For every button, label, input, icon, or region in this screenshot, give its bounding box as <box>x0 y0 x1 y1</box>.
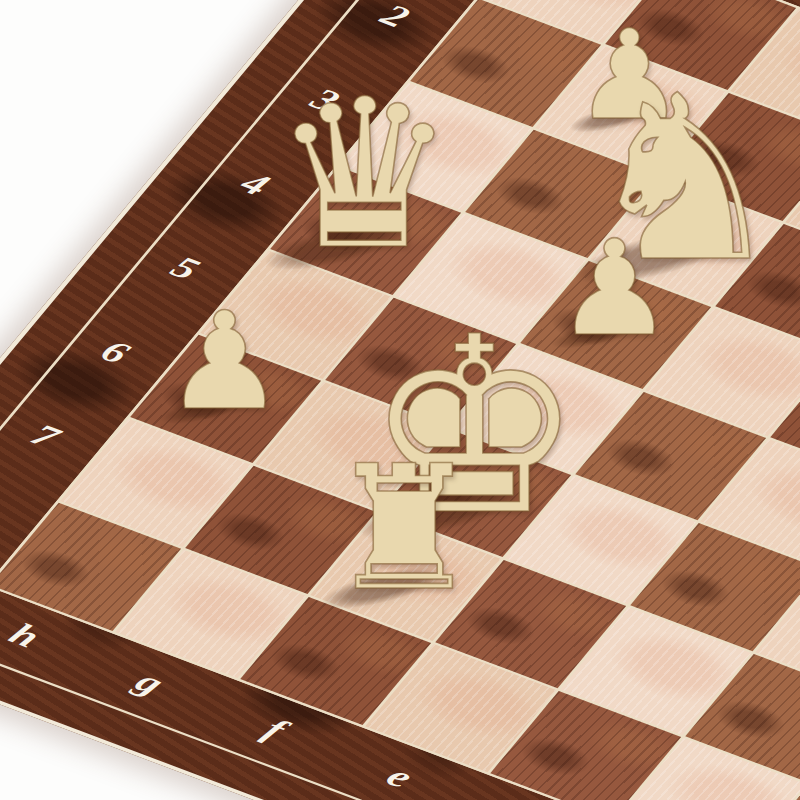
piece-white-pawn-h6: ♟ <box>164 294 285 429</box>
chess-product-photo: 12345678hgfedcba ♟♛♞♟♟♚♜ <box>0 0 800 800</box>
piece-white-rook-f7: ♜ <box>327 443 481 615</box>
pieces-layer: ♟♛♞♟♟♚♜ <box>0 0 800 800</box>
piece-white-queen-h4: ♛ <box>272 72 457 278</box>
